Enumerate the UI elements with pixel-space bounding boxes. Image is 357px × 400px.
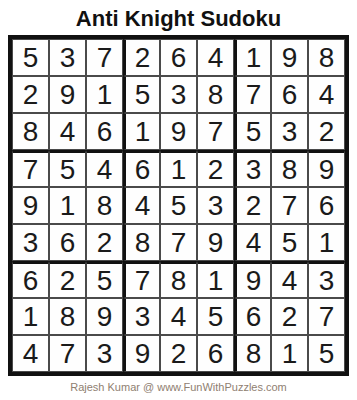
cell-r2c4: 5 <box>123 76 160 113</box>
cell-r4c5: 1 <box>160 150 197 187</box>
cell-r1c9: 8 <box>308 39 345 76</box>
cell-r5c3: 8 <box>86 187 123 224</box>
cell-r2c1: 2 <box>12 76 49 113</box>
cell-r5c2: 1 <box>49 187 86 224</box>
cell-r4c2: 5 <box>49 150 86 187</box>
cell-r7c6: 1 <box>197 261 234 298</box>
puzzle-title: Anti Knight Sudoku <box>76 3 281 35</box>
cell-r8c4: 3 <box>123 298 160 335</box>
cell-r7c3: 5 <box>86 261 123 298</box>
cell-r6c2: 6 <box>49 224 86 261</box>
cell-r8c3: 9 <box>86 298 123 335</box>
cell-r7c2: 2 <box>49 261 86 298</box>
cell-r7c1: 6 <box>12 261 49 298</box>
cell-r6c5: 7 <box>160 224 197 261</box>
cell-r8c2: 8 <box>49 298 86 335</box>
cell-r1c6: 4 <box>197 39 234 76</box>
cell-r3c1: 8 <box>12 113 49 150</box>
cell-r5c9: 6 <box>308 187 345 224</box>
cell-r5c7: 2 <box>234 187 271 224</box>
cell-r3c4: 1 <box>123 113 160 150</box>
cell-r4c9: 9 <box>308 150 345 187</box>
cell-r2c7: 7 <box>234 76 271 113</box>
cell-r9c6: 6 <box>197 335 234 372</box>
cell-r7c8: 4 <box>271 261 308 298</box>
cell-r1c1: 5 <box>12 39 49 76</box>
cell-r4c1: 7 <box>12 150 49 187</box>
credit-text: Rajesh Kumar @ www.FunWithPuzzles.com <box>70 381 287 393</box>
cell-r5c1: 9 <box>12 187 49 224</box>
cell-r8c7: 6 <box>234 298 271 335</box>
cell-r6c8: 5 <box>271 224 308 261</box>
cell-r3c5: 9 <box>160 113 197 150</box>
cell-r5c8: 7 <box>271 187 308 224</box>
cell-r9c4: 9 <box>123 335 160 372</box>
cell-r7c4: 7 <box>123 261 160 298</box>
cell-r4c4: 6 <box>123 150 160 187</box>
cell-r8c1: 1 <box>12 298 49 335</box>
cell-r5c5: 5 <box>160 187 197 224</box>
cell-r3c9: 2 <box>308 113 345 150</box>
cell-r7c7: 9 <box>234 261 271 298</box>
cell-r3c3: 6 <box>86 113 123 150</box>
cell-r8c9: 7 <box>308 298 345 335</box>
cell-r8c8: 2 <box>271 298 308 335</box>
cell-r6c9: 1 <box>308 224 345 261</box>
cell-r9c2: 7 <box>49 335 86 372</box>
cell-r3c8: 3 <box>271 113 308 150</box>
cell-r1c2: 3 <box>49 39 86 76</box>
cell-r1c3: 7 <box>86 39 123 76</box>
cell-r9c5: 2 <box>160 335 197 372</box>
cell-r7c9: 3 <box>308 261 345 298</box>
cell-r6c1: 3 <box>12 224 49 261</box>
cell-r6c4: 8 <box>123 224 160 261</box>
cell-r9c7: 8 <box>234 335 271 372</box>
cell-r1c5: 6 <box>160 39 197 76</box>
cell-r1c8: 9 <box>271 39 308 76</box>
cell-r4c3: 4 <box>86 150 123 187</box>
cell-r9c9: 5 <box>308 335 345 372</box>
cell-r4c7: 3 <box>234 150 271 187</box>
cell-r2c2: 9 <box>49 76 86 113</box>
cell-r1c4: 2 <box>123 39 160 76</box>
page: Anti Knight Sudoku 537264198291538764846… <box>0 0 357 400</box>
cell-r7c5: 8 <box>160 261 197 298</box>
cell-r1c7: 1 <box>234 39 271 76</box>
cell-r2c9: 4 <box>308 76 345 113</box>
cell-r9c8: 1 <box>271 335 308 372</box>
cell-r6c6: 9 <box>197 224 234 261</box>
cell-r3c2: 4 <box>49 113 86 150</box>
cell-r2c5: 3 <box>160 76 197 113</box>
sudoku-grid: 5372641982915387648461975327546123899184… <box>8 35 349 376</box>
cell-r8c5: 4 <box>160 298 197 335</box>
cell-r5c6: 3 <box>197 187 234 224</box>
cell-r6c3: 2 <box>86 224 123 261</box>
cell-r9c1: 4 <box>12 335 49 372</box>
cell-r2c8: 6 <box>271 76 308 113</box>
cell-r3c6: 7 <box>197 113 234 150</box>
cell-r2c6: 8 <box>197 76 234 113</box>
cell-r2c3: 1 <box>86 76 123 113</box>
cell-r4c6: 2 <box>197 150 234 187</box>
cell-r5c4: 4 <box>123 187 160 224</box>
cell-r8c6: 5 <box>197 298 234 335</box>
cell-r9c3: 3 <box>86 335 123 372</box>
cell-r3c7: 5 <box>234 113 271 150</box>
cell-r4c8: 8 <box>271 150 308 187</box>
cell-r6c7: 4 <box>234 224 271 261</box>
